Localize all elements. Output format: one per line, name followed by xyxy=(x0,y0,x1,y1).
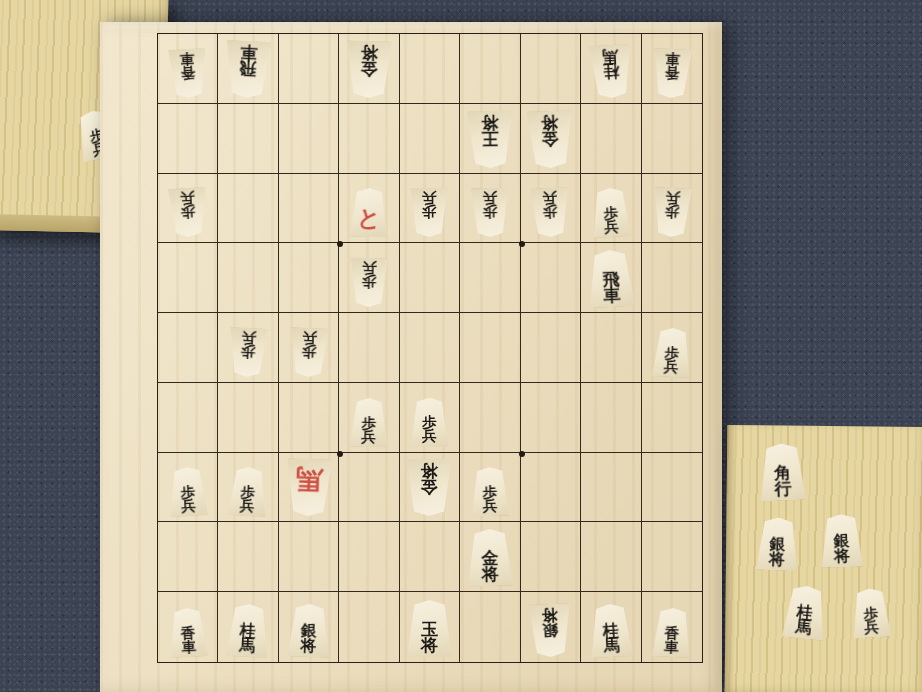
board-cell[interactable] xyxy=(460,383,520,453)
board-cell[interactable] xyxy=(279,383,339,453)
shogi-piece-L[interactable]: 香車 xyxy=(651,607,693,658)
star-point xyxy=(337,451,343,457)
shogi-piece-P[interactable]: 歩兵 xyxy=(227,466,269,517)
sente-piece-stand: 角行銀将銀将桂馬歩兵 xyxy=(725,425,922,692)
shogi-piece-N[interactable]: 桂馬 xyxy=(588,603,634,658)
board-cell[interactable] xyxy=(400,104,460,174)
shogi-piece-promoted-P[interactable]: と xyxy=(349,188,389,238)
shogi-piece-L[interactable]: 香車 xyxy=(167,48,209,99)
board-cell[interactable]: 歩兵 xyxy=(642,313,702,383)
board-cell[interactable] xyxy=(218,174,278,244)
board-cell[interactable]: 金将 xyxy=(460,522,520,592)
board-cell[interactable] xyxy=(521,243,581,313)
board-cell[interactable]: 歩兵 xyxy=(218,453,278,523)
shogi-piece-N[interactable]: 桂馬 xyxy=(225,603,271,658)
shogi-piece-P[interactable]: 歩兵 xyxy=(227,327,269,378)
board-cell[interactable] xyxy=(218,104,278,174)
shogi-piece-L[interactable]: 香車 xyxy=(651,48,693,99)
board-cell[interactable] xyxy=(218,383,278,453)
photo-scene: 歩兵 香車飛車金将桂馬香車王将金将歩兵と歩兵歩兵歩兵歩兵歩兵歩兵飛車歩兵歩兵歩兵… xyxy=(0,0,922,692)
board-cell[interactable] xyxy=(339,313,399,383)
shogi-piece-B[interactable]: 角行 xyxy=(758,443,807,502)
board-cell[interactable]: 歩兵 xyxy=(400,174,460,244)
board-cell[interactable] xyxy=(521,313,581,383)
board-cell[interactable] xyxy=(521,383,581,453)
shogi-piece-P[interactable]: 歩兵 xyxy=(410,188,449,237)
board-cell[interactable] xyxy=(279,174,339,244)
board-cell[interactable]: と xyxy=(339,174,399,244)
shogi-piece-G[interactable]: 金将 xyxy=(466,529,514,587)
shogi-piece-promoted-B[interactable]: 馬 xyxy=(284,459,333,518)
shogi-piece-G[interactable]: 金将 xyxy=(345,40,393,98)
shogi-piece-P[interactable]: 歩兵 xyxy=(349,397,389,447)
shogi-piece-P[interactable]: 歩兵 xyxy=(167,187,209,238)
board-cell[interactable] xyxy=(460,243,520,313)
board-cell[interactable] xyxy=(158,313,218,383)
board-cell[interactable] xyxy=(642,383,702,453)
board-cell[interactable] xyxy=(339,522,399,592)
board-cell[interactable] xyxy=(279,522,339,592)
board-cell[interactable] xyxy=(339,592,399,662)
board-cell[interactable]: 金将 xyxy=(521,104,581,174)
board-cell[interactable] xyxy=(521,34,581,104)
board-cell[interactable] xyxy=(400,243,460,313)
board-cell[interactable] xyxy=(339,453,399,523)
shogi-piece-P[interactable]: 歩兵 xyxy=(590,187,632,238)
star-point xyxy=(337,241,343,247)
shogi-piece-R[interactable]: 飛車 xyxy=(586,249,636,308)
board-cell[interactable] xyxy=(581,453,641,523)
board-cell[interactable]: 王将 xyxy=(460,104,520,174)
board-cell[interactable] xyxy=(581,313,641,383)
board-cell[interactable] xyxy=(400,522,460,592)
shogi-piece-P[interactable]: 歩兵 xyxy=(288,327,329,377)
board-cell[interactable] xyxy=(581,383,641,453)
shogi-piece-P[interactable]: 歩兵 xyxy=(651,187,693,238)
shogi-piece-K_gote[interactable]: 王将 xyxy=(466,110,514,168)
board-cell[interactable] xyxy=(218,243,278,313)
shogi-piece-K_sente[interactable]: 玉将 xyxy=(406,600,453,657)
board-grid: 香車飛車金将桂馬香車王将金将歩兵と歩兵歩兵歩兵歩兵歩兵歩兵飛車歩兵歩兵歩兵歩兵歩… xyxy=(157,33,703,663)
board-cell[interactable] xyxy=(279,34,339,104)
board-cell[interactable] xyxy=(339,104,399,174)
board-cell[interactable]: 香車 xyxy=(158,34,218,104)
board-cell[interactable] xyxy=(460,34,520,104)
board-cell[interactable]: 金将 xyxy=(339,34,399,104)
board-cell[interactable] xyxy=(642,104,702,174)
board-cell[interactable]: 歩兵 xyxy=(218,313,278,383)
board-cell[interactable]: 桂馬 xyxy=(581,34,641,104)
shogi-piece-G[interactable]: 金将 xyxy=(406,459,453,516)
board-cell[interactable]: 桂馬 xyxy=(581,592,641,662)
board-cell[interactable] xyxy=(460,592,520,662)
star-point xyxy=(519,451,525,457)
board-cell[interactable] xyxy=(158,104,218,174)
shogi-piece-P[interactable]: 歩兵 xyxy=(850,587,892,638)
board-cell[interactable]: 飛車 xyxy=(581,243,641,313)
board-cell[interactable]: 歩兵 xyxy=(460,453,520,523)
shogi-piece-P[interactable]: 歩兵 xyxy=(410,398,449,447)
board-cell[interactable]: 歩兵 xyxy=(339,243,399,313)
shogi-piece-P[interactable]: 歩兵 xyxy=(530,188,571,238)
board-cell[interactable]: 玉将 xyxy=(400,592,460,662)
board-cell[interactable]: 歩兵 xyxy=(460,174,520,244)
board-cell[interactable] xyxy=(279,104,339,174)
shogi-piece-P[interactable]: 歩兵 xyxy=(470,188,510,238)
board-cell[interactable]: 飛車 xyxy=(218,34,278,104)
board-cell[interactable]: 銀将 xyxy=(521,592,581,662)
board-cell[interactable] xyxy=(279,243,339,313)
board-cell[interactable]: 桂馬 xyxy=(218,592,278,662)
board-cell[interactable]: 歩兵 xyxy=(581,174,641,244)
shogi-piece-N[interactable]: 桂馬 xyxy=(588,44,634,99)
shogi-piece-S[interactable]: 銀将 xyxy=(820,514,864,568)
board-cell[interactable] xyxy=(158,383,218,453)
shogi-piece-P[interactable]: 歩兵 xyxy=(651,327,693,378)
board-cell[interactable]: 銀将 xyxy=(279,592,339,662)
board-cell[interactable]: 香車 xyxy=(158,592,218,662)
board-cell[interactable] xyxy=(642,453,702,523)
board-cell[interactable] xyxy=(521,522,581,592)
board-cell[interactable]: 香車 xyxy=(642,34,702,104)
board-cell[interactable]: 歩兵 xyxy=(279,313,339,383)
board-cell[interactable] xyxy=(158,522,218,592)
shogi-piece-N[interactable]: 桂馬 xyxy=(781,584,829,641)
shogi-piece-S[interactable]: 銀将 xyxy=(286,603,331,657)
shogi-piece-P[interactable]: 歩兵 xyxy=(167,466,209,517)
board-cell[interactable]: 香車 xyxy=(642,592,702,662)
board-cell[interactable]: 金将 xyxy=(400,453,460,523)
board-cell[interactable]: 歩兵 xyxy=(339,383,399,453)
board-cell[interactable] xyxy=(400,34,460,104)
board-cell[interactable] xyxy=(642,243,702,313)
board-cell[interactable] xyxy=(521,453,581,523)
shogi-piece-P[interactable]: 歩兵 xyxy=(349,258,389,308)
shogi-piece-R[interactable]: 飛車 xyxy=(223,40,273,99)
shogi-piece-P[interactable]: 歩兵 xyxy=(470,467,510,517)
board-cell[interactable] xyxy=(218,522,278,592)
board-cell[interactable]: 馬 xyxy=(279,453,339,523)
star-point xyxy=(519,241,525,247)
shogi-board: 香車飛車金将桂馬香車王将金将歩兵と歩兵歩兵歩兵歩兵歩兵歩兵飛車歩兵歩兵歩兵歩兵歩… xyxy=(100,22,722,692)
board-cell[interactable] xyxy=(642,522,702,592)
shogi-piece-S[interactable]: 銀将 xyxy=(528,603,573,657)
board-cell[interactable] xyxy=(581,522,641,592)
shogi-piece-G[interactable]: 金将 xyxy=(526,110,575,169)
board-cell[interactable] xyxy=(400,313,460,383)
board-cell[interactable] xyxy=(460,313,520,383)
shogi-piece-L[interactable]: 香車 xyxy=(167,607,209,658)
board-cell[interactable]: 歩兵 xyxy=(158,453,218,523)
board-cell[interactable]: 歩兵 xyxy=(400,383,460,453)
board-cell[interactable]: 歩兵 xyxy=(642,174,702,244)
board-cell[interactable] xyxy=(581,104,641,174)
shogi-piece-S[interactable]: 銀将 xyxy=(755,517,800,572)
board-cell[interactable]: 歩兵 xyxy=(158,174,218,244)
board-cell[interactable] xyxy=(158,243,218,313)
board-cell[interactable]: 歩兵 xyxy=(521,174,581,244)
